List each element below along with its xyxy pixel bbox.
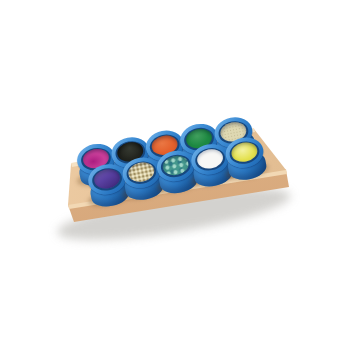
grid-cell-front-2 — [116, 160, 155, 188]
product-photo-stage — [0, 0, 350, 350]
grid-cell-front-4 — [184, 146, 223, 174]
grid-cell-front-1 — [81, 166, 120, 194]
grid-cell-front-3 — [150, 153, 189, 181]
cylinder-grid — [77, 118, 257, 195]
grid-cell-front-5 — [219, 140, 258, 168]
cylinder-yellow[interactable] — [223, 134, 269, 184]
